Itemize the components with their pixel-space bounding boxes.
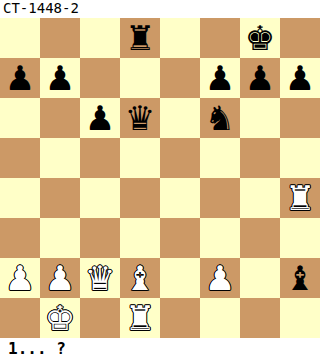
black-king[interactable]: ♚ xyxy=(245,18,275,58)
move-prompt: 1... ? xyxy=(0,338,320,360)
square-h7[interactable]: ♟ xyxy=(280,58,320,98)
white-king[interactable]: ♚ xyxy=(45,298,75,338)
square-c3[interactable] xyxy=(80,218,120,258)
square-d1[interactable]: ♜ xyxy=(120,298,160,338)
white-queen[interactable]: ♛ xyxy=(85,258,115,298)
square-f5[interactable] xyxy=(200,138,240,178)
square-a1[interactable] xyxy=(0,298,40,338)
square-f8[interactable] xyxy=(200,18,240,58)
chess-puzzle-app: CT-1448-2 ♜♚♟♟♟♟♟♟♛♞♜♟♟♛♝♟♝♚♜ 1... ? xyxy=(0,0,320,360)
square-e3[interactable] xyxy=(160,218,200,258)
square-f4[interactable] xyxy=(200,178,240,218)
square-d6[interactable]: ♛ xyxy=(120,98,160,138)
square-e2[interactable] xyxy=(160,258,200,298)
square-f6[interactable]: ♞ xyxy=(200,98,240,138)
square-a5[interactable] xyxy=(0,138,40,178)
square-b7[interactable]: ♟ xyxy=(40,58,80,98)
square-e6[interactable] xyxy=(160,98,200,138)
square-a4[interactable] xyxy=(0,178,40,218)
square-d3[interactable] xyxy=(120,218,160,258)
square-c2[interactable]: ♛ xyxy=(80,258,120,298)
square-h2[interactable]: ♝ xyxy=(280,258,320,298)
square-g2[interactable] xyxy=(240,258,280,298)
square-h4[interactable]: ♜ xyxy=(280,178,320,218)
square-c7[interactable] xyxy=(80,58,120,98)
white-bishop[interactable]: ♝ xyxy=(125,258,155,298)
puzzle-title: CT-1448-2 xyxy=(0,0,320,18)
square-g6[interactable] xyxy=(240,98,280,138)
square-f1[interactable] xyxy=(200,298,240,338)
square-g3[interactable] xyxy=(240,218,280,258)
black-pawn[interactable]: ♟ xyxy=(85,98,115,138)
black-bishop[interactable]: ♝ xyxy=(285,258,315,298)
square-b3[interactable] xyxy=(40,218,80,258)
square-f7[interactable]: ♟ xyxy=(200,58,240,98)
square-f3[interactable] xyxy=(200,218,240,258)
square-d5[interactable] xyxy=(120,138,160,178)
black-pawn[interactable]: ♟ xyxy=(205,58,235,98)
black-pawn[interactable]: ♟ xyxy=(45,58,75,98)
square-e4[interactable] xyxy=(160,178,200,218)
square-a8[interactable] xyxy=(0,18,40,58)
black-pawn[interactable]: ♟ xyxy=(5,58,35,98)
black-pawn[interactable]: ♟ xyxy=(285,58,315,98)
square-a3[interactable] xyxy=(0,218,40,258)
square-c4[interactable] xyxy=(80,178,120,218)
square-g1[interactable] xyxy=(240,298,280,338)
square-a6[interactable] xyxy=(0,98,40,138)
square-g7[interactable]: ♟ xyxy=(240,58,280,98)
square-h5[interactable] xyxy=(280,138,320,178)
square-b4[interactable] xyxy=(40,178,80,218)
square-b6[interactable] xyxy=(40,98,80,138)
square-c6[interactable]: ♟ xyxy=(80,98,120,138)
black-pawn[interactable]: ♟ xyxy=(245,58,275,98)
square-d8[interactable]: ♜ xyxy=(120,18,160,58)
square-g4[interactable] xyxy=(240,178,280,218)
white-pawn[interactable]: ♟ xyxy=(45,258,75,298)
black-queen[interactable]: ♛ xyxy=(125,98,155,138)
square-h6[interactable] xyxy=(280,98,320,138)
square-a2[interactable]: ♟ xyxy=(0,258,40,298)
white-rook[interactable]: ♜ xyxy=(125,298,155,338)
square-h8[interactable] xyxy=(280,18,320,58)
white-rook[interactable]: ♜ xyxy=(285,178,315,218)
square-c5[interactable] xyxy=(80,138,120,178)
square-g5[interactable] xyxy=(240,138,280,178)
square-d2[interactable]: ♝ xyxy=(120,258,160,298)
square-b1[interactable]: ♚ xyxy=(40,298,80,338)
square-e7[interactable] xyxy=(160,58,200,98)
square-f2[interactable]: ♟ xyxy=(200,258,240,298)
square-g8[interactable]: ♚ xyxy=(240,18,280,58)
square-e5[interactable] xyxy=(160,138,200,178)
white-pawn[interactable]: ♟ xyxy=(205,258,235,298)
square-e1[interactable] xyxy=(160,298,200,338)
square-d4[interactable] xyxy=(120,178,160,218)
square-a7[interactable]: ♟ xyxy=(0,58,40,98)
square-h3[interactable] xyxy=(280,218,320,258)
square-c8[interactable] xyxy=(80,18,120,58)
white-pawn[interactable]: ♟ xyxy=(5,258,35,298)
chess-board: ♜♚♟♟♟♟♟♟♛♞♜♟♟♛♝♟♝♚♜ xyxy=(0,18,320,338)
black-knight[interactable]: ♞ xyxy=(205,98,235,138)
square-e8[interactable] xyxy=(160,18,200,58)
square-c1[interactable] xyxy=(80,298,120,338)
square-d7[interactable] xyxy=(120,58,160,98)
square-b2[interactable]: ♟ xyxy=(40,258,80,298)
black-rook[interactable]: ♜ xyxy=(125,18,155,58)
square-b5[interactable] xyxy=(40,138,80,178)
square-h1[interactable] xyxy=(280,298,320,338)
square-b8[interactable] xyxy=(40,18,80,58)
